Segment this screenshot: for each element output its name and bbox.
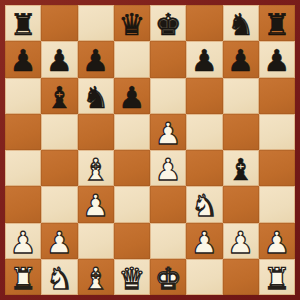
- square-b1[interactable]: ♞: [41, 259, 77, 295]
- black-bishop-b6: ♝: [46, 83, 73, 113]
- square-h1[interactable]: ♜: [259, 259, 295, 295]
- square-a6[interactable]: [5, 78, 41, 114]
- square-d1[interactable]: ♛: [114, 259, 150, 295]
- white-pawn-e4: ♟: [155, 155, 182, 185]
- square-f1[interactable]: [186, 259, 222, 295]
- black-pawn-a7: ♟: [10, 46, 37, 76]
- square-f8[interactable]: [186, 5, 222, 41]
- square-e6[interactable]: [150, 78, 186, 114]
- white-pawn-f2: ♟: [191, 228, 218, 258]
- square-h7[interactable]: ♟: [259, 41, 295, 77]
- white-knight-b1: ♞: [46, 264, 73, 294]
- chess-board: ♜♛♚♞♜♟♟♟♟♟♟♝♞♟♟♝♟♝♟♞♟♟♟♟♟♜♞♝♛♚♜: [5, 5, 295, 295]
- white-king-e1: ♚: [155, 264, 182, 294]
- square-d3[interactable]: [114, 186, 150, 222]
- white-pawn-g2: ♟: [227, 228, 254, 258]
- square-d7[interactable]: [114, 41, 150, 77]
- square-c3[interactable]: ♟: [78, 186, 114, 222]
- square-d8[interactable]: ♛: [114, 5, 150, 41]
- square-a7[interactable]: ♟: [5, 41, 41, 77]
- white-pawn-h2: ♟: [263, 228, 290, 258]
- square-b3[interactable]: [41, 186, 77, 222]
- white-bishop-c4: ♝: [82, 155, 109, 185]
- square-e1[interactable]: ♚: [150, 259, 186, 295]
- white-pawn-a2: ♟: [10, 228, 37, 258]
- square-a8[interactable]: ♜: [5, 5, 41, 41]
- black-pawn-c7: ♟: [82, 46, 109, 76]
- white-bishop-c1: ♝: [82, 264, 109, 294]
- square-c5[interactable]: [78, 114, 114, 150]
- square-a1[interactable]: ♜: [5, 259, 41, 295]
- square-e8[interactable]: ♚: [150, 5, 186, 41]
- square-g2[interactable]: ♟: [223, 223, 259, 259]
- square-d4[interactable]: [114, 150, 150, 186]
- black-king-e8: ♚: [155, 10, 182, 40]
- square-f5[interactable]: [186, 114, 222, 150]
- white-queen-d1: ♛: [118, 264, 145, 294]
- white-pawn-e5: ♟: [155, 119, 182, 149]
- square-d5[interactable]: [114, 114, 150, 150]
- black-rook-a8: ♜: [10, 10, 37, 40]
- square-g5[interactable]: [223, 114, 259, 150]
- square-f4[interactable]: [186, 150, 222, 186]
- square-a5[interactable]: [5, 114, 41, 150]
- square-b2[interactable]: ♟: [41, 223, 77, 259]
- square-e2[interactable]: [150, 223, 186, 259]
- black-knight-g8: ♞: [227, 10, 254, 40]
- square-a2[interactable]: ♟: [5, 223, 41, 259]
- square-f6[interactable]: [186, 78, 222, 114]
- square-e3[interactable]: [150, 186, 186, 222]
- white-rook-h1: ♜: [263, 264, 290, 294]
- white-pawn-b2: ♟: [46, 228, 73, 258]
- black-knight-c6: ♞: [82, 83, 109, 113]
- square-b6[interactable]: ♝: [41, 78, 77, 114]
- square-h6[interactable]: [259, 78, 295, 114]
- square-h2[interactable]: ♟: [259, 223, 295, 259]
- white-pawn-c3: ♟: [82, 191, 109, 221]
- square-e4[interactable]: ♟: [150, 150, 186, 186]
- square-c4[interactable]: ♝: [78, 150, 114, 186]
- black-pawn-g7: ♟: [227, 46, 254, 76]
- square-c7[interactable]: ♟: [78, 41, 114, 77]
- black-queen-d8: ♛: [118, 10, 145, 40]
- black-pawn-b7: ♟: [46, 46, 73, 76]
- square-d6[interactable]: ♟: [114, 78, 150, 114]
- square-h8[interactable]: ♜: [259, 5, 295, 41]
- square-g6[interactable]: [223, 78, 259, 114]
- board-frame: ♜♛♚♞♜♟♟♟♟♟♟♝♞♟♟♝♟♝♟♞♟♟♟♟♟♜♞♝♛♚♜: [0, 0, 300, 300]
- square-f2[interactable]: ♟: [186, 223, 222, 259]
- square-d2[interactable]: [114, 223, 150, 259]
- square-a3[interactable]: [5, 186, 41, 222]
- black-pawn-h7: ♟: [263, 46, 290, 76]
- black-bishop-g4: ♝: [227, 155, 254, 185]
- square-h3[interactable]: [259, 186, 295, 222]
- square-c6[interactable]: ♞: [78, 78, 114, 114]
- square-g8[interactable]: ♞: [223, 5, 259, 41]
- square-a4[interactable]: [5, 150, 41, 186]
- square-g7[interactable]: ♟: [223, 41, 259, 77]
- black-pawn-f7: ♟: [191, 46, 218, 76]
- black-rook-h8: ♜: [263, 10, 290, 40]
- square-b4[interactable]: [41, 150, 77, 186]
- square-f3[interactable]: ♞: [186, 186, 222, 222]
- square-e5[interactable]: ♟: [150, 114, 186, 150]
- square-e7[interactable]: [150, 41, 186, 77]
- square-b7[interactable]: ♟: [41, 41, 77, 77]
- square-f7[interactable]: ♟: [186, 41, 222, 77]
- square-g1[interactable]: [223, 259, 259, 295]
- square-c2[interactable]: [78, 223, 114, 259]
- square-h5[interactable]: [259, 114, 295, 150]
- black-pawn-d6: ♟: [118, 83, 145, 113]
- square-g3[interactable]: [223, 186, 259, 222]
- square-c8[interactable]: [78, 5, 114, 41]
- square-g4[interactable]: ♝: [223, 150, 259, 186]
- square-b5[interactable]: [41, 114, 77, 150]
- white-knight-f3: ♞: [191, 191, 218, 221]
- square-h4[interactable]: [259, 150, 295, 186]
- square-c1[interactable]: ♝: [78, 259, 114, 295]
- white-rook-a1: ♜: [10, 264, 37, 294]
- square-b8[interactable]: [41, 5, 77, 41]
